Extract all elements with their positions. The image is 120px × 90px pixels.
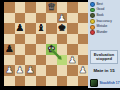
black-king-f6[interactable]: ♚ xyxy=(57,23,66,34)
square-h7[interactable] xyxy=(78,13,89,24)
engine-panel: BestGoodBookInaccuracyMistakeBlunder Eva… xyxy=(88,0,120,88)
square-e8[interactable]: ♛ xyxy=(46,2,57,13)
square-c4[interactable] xyxy=(25,44,36,55)
blunder-dot-icon xyxy=(90,30,95,35)
square-b2[interactable]: ♟ xyxy=(15,65,26,76)
mistake-dot-icon xyxy=(90,25,95,30)
square-g7[interactable] xyxy=(67,13,78,24)
evaluation-status: Evaluation stopped xyxy=(90,50,118,64)
square-c5[interactable] xyxy=(25,34,36,45)
mate-in-label: Mate in 15 xyxy=(88,68,120,73)
square-f1[interactable] xyxy=(57,76,68,87)
white-pawn-h2[interactable]: ♟ xyxy=(78,65,87,76)
inaccuracy-dot-icon xyxy=(90,19,95,24)
engine-name-label: Stockfish 17 xyxy=(100,81,120,85)
legend-item-inaccuracy: Inaccuracy xyxy=(90,19,120,24)
square-g8[interactable] xyxy=(67,2,78,13)
square-c2[interactable]: ♟ xyxy=(25,65,36,76)
square-b6[interactable]: ♟ xyxy=(15,23,26,34)
white-pawn-b2[interactable]: ♟ xyxy=(15,65,24,76)
square-h2[interactable]: ♟ xyxy=(78,65,89,76)
square-a7[interactable] xyxy=(4,13,15,24)
square-d2[interactable] xyxy=(36,65,47,76)
square-e7[interactable] xyxy=(46,13,57,24)
square-d8[interactable] xyxy=(36,2,47,13)
legend-item-blunder: Blunder xyxy=(90,30,120,35)
square-h1[interactable] xyxy=(78,76,89,87)
legend-item-best: Best xyxy=(90,2,120,7)
square-d3[interactable] xyxy=(36,55,47,66)
square-b1[interactable] xyxy=(15,76,26,87)
black-bishop-d6[interactable]: ♝ xyxy=(36,23,45,34)
white-queen-e8[interactable]: ♛ xyxy=(47,2,56,13)
square-d4[interactable] xyxy=(36,44,47,55)
square-g5[interactable] xyxy=(67,34,78,45)
legend-item-book: Book xyxy=(90,13,120,18)
square-g4[interactable] xyxy=(67,44,78,55)
square-f4[interactable] xyxy=(57,44,68,55)
square-a1[interactable] xyxy=(4,76,15,87)
legend-item-mistake: Mistake xyxy=(90,25,120,30)
square-h6[interactable] xyxy=(78,23,89,34)
white-king-e4[interactable]: ♚ xyxy=(47,44,56,55)
square-h4[interactable] xyxy=(78,44,89,55)
square-b5[interactable] xyxy=(15,34,26,45)
square-f8[interactable] xyxy=(57,2,68,13)
legend-label: Good xyxy=(96,8,104,11)
legend-label: Best xyxy=(96,3,102,6)
square-e1[interactable] xyxy=(46,76,57,87)
square-h5[interactable] xyxy=(78,34,89,45)
square-e2[interactable] xyxy=(46,65,57,76)
square-g6[interactable] xyxy=(67,23,78,34)
book-dot-icon xyxy=(90,13,95,18)
square-d1[interactable] xyxy=(36,76,47,87)
square-f6[interactable]: ♚ xyxy=(57,23,68,34)
square-d5[interactable] xyxy=(36,34,47,45)
engine-row[interactable]: Stockfish 17 xyxy=(90,79,119,87)
square-a8[interactable] xyxy=(4,2,15,13)
black-pawn-a4[interactable]: ♟ xyxy=(5,44,14,55)
square-f2[interactable] xyxy=(57,65,68,76)
square-b8[interactable] xyxy=(15,2,26,13)
square-g2[interactable] xyxy=(67,65,78,76)
square-f3[interactable] xyxy=(57,55,68,66)
square-d6[interactable]: ♝ xyxy=(36,23,47,34)
square-a6[interactable] xyxy=(4,23,15,34)
square-a4[interactable]: ♟ xyxy=(4,44,15,55)
square-b4[interactable] xyxy=(15,44,26,55)
square-c8[interactable] xyxy=(25,2,36,13)
square-a2[interactable]: ♟ xyxy=(4,65,15,76)
legend-label: Book xyxy=(96,14,103,17)
good-dot-icon xyxy=(90,8,95,13)
square-g3[interactable]: ♟ xyxy=(67,55,78,66)
chess-board[interactable]: ♛♟♟♝♚♟♚♟♟♟♟♟ xyxy=(4,2,88,86)
square-c1[interactable] xyxy=(25,76,36,87)
legend-item-good: Good xyxy=(90,8,120,13)
stockfish-logo-icon xyxy=(90,79,98,87)
square-c6[interactable] xyxy=(25,23,36,34)
square-h8[interactable] xyxy=(78,2,89,13)
square-f5[interactable] xyxy=(57,34,68,45)
square-e4[interactable]: ♚ xyxy=(46,44,57,55)
legend-label: Inaccuracy xyxy=(96,20,111,23)
square-e3[interactable] xyxy=(46,55,57,66)
black-pawn-b6[interactable]: ♟ xyxy=(15,23,24,34)
legend-label: Mistake xyxy=(96,25,107,28)
white-pawn-g3[interactable]: ♟ xyxy=(68,55,77,66)
white-pawn-a2[interactable]: ♟ xyxy=(5,65,14,76)
best-dot-icon xyxy=(90,2,95,7)
app-window: { "game": "chess", "position": { "fen": … xyxy=(0,0,120,90)
evaluation-status-line2: stopped xyxy=(91,57,117,62)
move-quality-legend: BestGoodBookInaccuracyMistakeBlunder xyxy=(90,2,120,36)
square-c7[interactable] xyxy=(25,13,36,24)
legend-label: Blunder xyxy=(96,31,107,34)
square-g1[interactable] xyxy=(67,76,78,87)
white-pawn-c2[interactable]: ♟ xyxy=(26,65,35,76)
square-e6[interactable] xyxy=(46,23,57,34)
